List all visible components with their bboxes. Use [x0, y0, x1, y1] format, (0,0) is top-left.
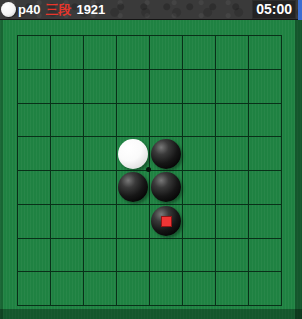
board-cell-b8[interactable]: [50, 271, 83, 305]
board-cell-h4[interactable]: [248, 136, 281, 170]
board-cell-a5[interactable]: [17, 170, 50, 204]
board-cell-e1[interactable]: [149, 35, 182, 69]
board-cell-a6[interactable]: [17, 204, 50, 238]
black-disc: [151, 206, 181, 236]
board-cell-c6[interactable]: [83, 204, 116, 238]
board-cell-h8[interactable]: [248, 271, 281, 305]
center-dot: [146, 167, 151, 172]
board-cell-b6[interactable]: [50, 204, 83, 238]
board-edge-left: [0, 20, 3, 319]
board-cell-e4[interactable]: [149, 136, 182, 170]
board-cell-f7[interactable]: [182, 238, 215, 272]
board-cell-d5[interactable]: [116, 170, 149, 204]
board-cell-g6[interactable]: [215, 204, 248, 238]
board-cell-b5[interactable]: [50, 170, 83, 204]
board-cell-b2[interactable]: [50, 69, 83, 103]
player-info-bar: p40 三段 1921 05:00: [0, 0, 302, 20]
board-cell-b3[interactable]: [50, 103, 83, 137]
player-name: p40: [18, 2, 40, 17]
board-cell-f4[interactable]: [182, 136, 215, 170]
board-cell-g2[interactable]: [215, 69, 248, 103]
board-cell-h7[interactable]: [248, 238, 281, 272]
white-disc: [118, 139, 148, 169]
board-cell-e5[interactable]: [149, 170, 182, 204]
board-cell-c7[interactable]: [83, 238, 116, 272]
board-cell-h1[interactable]: [248, 35, 281, 69]
white-disc-icon: [1, 2, 16, 17]
player-rating: 1921: [76, 2, 105, 17]
board-cell-h2[interactable]: [248, 69, 281, 103]
board-cell-c4[interactable]: [83, 136, 116, 170]
board-cell-a1[interactable]: [17, 35, 50, 69]
board-cell-g1[interactable]: [215, 35, 248, 69]
board-cell-d3[interactable]: [116, 103, 149, 137]
board-cell-d8[interactable]: [116, 271, 149, 305]
board-cell-g5[interactable]: [215, 170, 248, 204]
board-cell-a7[interactable]: [17, 238, 50, 272]
board-cell-h5[interactable]: [248, 170, 281, 204]
board-cell-d6[interactable]: [116, 204, 149, 238]
board-cell-e2[interactable]: [149, 69, 182, 103]
board-cell-f5[interactable]: [182, 170, 215, 204]
board-cell-e7[interactable]: [149, 238, 182, 272]
board-cell-e3[interactable]: [149, 103, 182, 137]
board-cell-a2[interactable]: [17, 69, 50, 103]
board-cell-a8[interactable]: [17, 271, 50, 305]
board-cell-c1[interactable]: [83, 35, 116, 69]
board-cell-g7[interactable]: [215, 238, 248, 272]
player-rank: 三段: [45, 1, 71, 19]
board-cell-f8[interactable]: [182, 271, 215, 305]
board-cell-f1[interactable]: [182, 35, 215, 69]
board-cell-a4[interactable]: [17, 136, 50, 170]
board-cell-g4[interactable]: [215, 136, 248, 170]
board-grid: [17, 35, 282, 306]
board-area: [0, 20, 302, 319]
board-cell-d1[interactable]: [116, 35, 149, 69]
board-edge-bottom: [0, 309, 302, 319]
board-cell-e8[interactable]: [149, 271, 182, 305]
board-cell-c5[interactable]: [83, 170, 116, 204]
black-disc: [151, 139, 181, 169]
board-cell-c3[interactable]: [83, 103, 116, 137]
board-cell-h3[interactable]: [248, 103, 281, 137]
black-disc: [118, 172, 148, 202]
board-cell-c8[interactable]: [83, 271, 116, 305]
board-edge-right: [295, 20, 302, 319]
board-cell-a3[interactable]: [17, 103, 50, 137]
game-clock: 05:00: [252, 0, 296, 19]
board-cell-e6[interactable]: [149, 204, 182, 238]
board-cell-b7[interactable]: [50, 238, 83, 272]
window-edge-accent: [298, 0, 302, 20]
board-cell-f3[interactable]: [182, 103, 215, 137]
othello-app: p40 三段 1921 05:00: [0, 0, 302, 319]
board-cell-b4[interactable]: [50, 136, 83, 170]
black-disc: [151, 172, 181, 202]
board-cell-b1[interactable]: [50, 35, 83, 69]
board-cell-d2[interactable]: [116, 69, 149, 103]
last-move-marker: [161, 216, 172, 227]
board-cell-f6[interactable]: [182, 204, 215, 238]
board-cell-d4[interactable]: [116, 136, 149, 170]
board-cell-f2[interactable]: [182, 69, 215, 103]
board-cell-c2[interactable]: [83, 69, 116, 103]
board-cell-g3[interactable]: [215, 103, 248, 137]
board-cell-g8[interactable]: [215, 271, 248, 305]
board-cell-d7[interactable]: [116, 238, 149, 272]
board-cell-h6[interactable]: [248, 204, 281, 238]
